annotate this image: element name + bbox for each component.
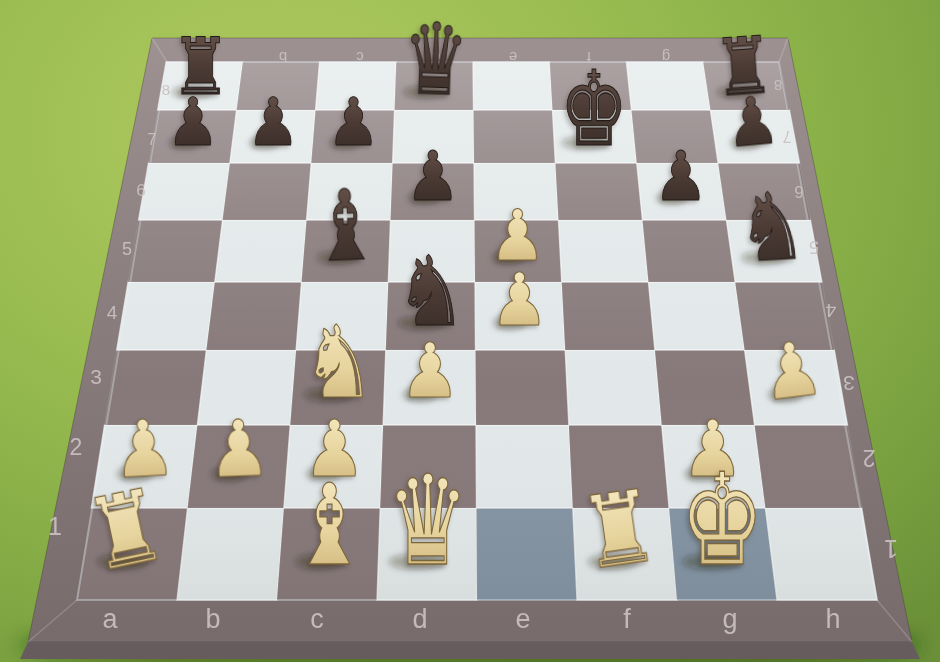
piece-white-pawn-b2[interactable]: ♟	[206, 402, 272, 496]
piece-black-queen-d8[interactable]: ♛	[401, 1, 470, 118]
square-f4[interactable]	[562, 282, 655, 350]
file-label-top-g: g	[662, 49, 670, 66]
square-g5[interactable]	[642, 220, 735, 282]
square-a4[interactable]	[117, 282, 215, 350]
square-f3[interactable]	[565, 350, 662, 425]
square-f6[interactable]	[555, 163, 642, 220]
piece-black-pawn-b7[interactable]: ♟	[247, 83, 300, 160]
file-label-top-c: c	[356, 49, 364, 66]
file-label-bottom-e: e	[515, 604, 530, 634]
rank-label-left-1: 1	[48, 512, 62, 540]
square-b6[interactable]	[223, 163, 312, 220]
rank-label-left-2: 2	[70, 434, 83, 460]
piece-white-pawn-e4[interactable]: ♟	[490, 257, 548, 341]
square-b5[interactable]	[215, 220, 307, 282]
file-label-bottom-d: d	[412, 604, 427, 634]
square-b4[interactable]	[206, 282, 301, 350]
square-e8[interactable]	[473, 62, 552, 110]
piece-black-pawn-c7[interactable]: ♟	[327, 83, 380, 160]
square-f5[interactable]	[558, 220, 648, 282]
piece-white-rook-f1[interactable]: ♜	[574, 467, 665, 593]
chess-scene: aabbccddeeffgghh1122334455667788♜♛♜♟♟♟♚♟…	[0, 0, 940, 662]
rank-label-right-7: 7	[782, 128, 791, 145]
square-g8[interactable]	[626, 62, 710, 110]
file-label-bottom-c: c	[310, 604, 324, 634]
file-label-bottom-h: h	[825, 604, 840, 634]
square-e7[interactable]	[474, 110, 556, 163]
rank-label-right-1: 1	[884, 535, 898, 563]
piece-white-bishop-c1[interactable]: ♝	[291, 460, 368, 591]
file-label-bottom-g: g	[722, 604, 737, 634]
square-a5[interactable]	[128, 220, 222, 282]
square-e2[interactable]	[476, 425, 573, 508]
rank-label-left-7: 7	[148, 131, 157, 148]
piece-black-king-f7[interactable]: ♚	[560, 48, 629, 170]
square-h2[interactable]	[755, 425, 862, 508]
piece-black-pawn-g6[interactable]: ♟	[654, 136, 709, 215]
piece-black-bishop-c5[interactable]: ♝	[310, 168, 381, 285]
square-a6[interactable]	[139, 163, 230, 220]
piece-white-pawn-d3[interactable]: ♟	[400, 326, 461, 415]
piece-white-king-g1[interactable]: ♚	[680, 446, 764, 594]
file-label-bottom-a: a	[102, 604, 118, 634]
board-front-edge	[20, 642, 920, 659]
piece-black-knight-h5[interactable]: ♞	[735, 171, 809, 283]
piece-black-pawn-a7[interactable]: ♟	[167, 83, 220, 160]
file-label-bottom-b: b	[205, 604, 220, 634]
square-e3[interactable]	[476, 350, 569, 425]
rank-label-right-3: 3	[843, 372, 855, 395]
file-label-top-e: e	[509, 49, 517, 66]
rank-label-left-4: 4	[107, 302, 118, 323]
chess-board-3d: aabbccddeeffgghh1122334455667788♜♛♜♟♟♟♚♟…	[0, 0, 940, 662]
rank-label-left-6: 6	[136, 181, 145, 200]
rank-label-right-5: 5	[809, 237, 819, 257]
rank-label-right-4: 4	[825, 300, 836, 321]
rank-label-right-2: 2	[863, 445, 876, 471]
piece-white-queen-d1[interactable]: ♛	[386, 448, 469, 593]
piece-black-pawn-d6[interactable]: ♟	[406, 136, 461, 215]
piece-white-pawn-h3[interactable]: ♟	[757, 323, 828, 418]
rank-label-left-5: 5	[122, 239, 132, 259]
file-label-top-b: b	[279, 49, 287, 66]
rank-label-left-3: 3	[90, 365, 102, 388]
square-b1[interactable]	[177, 508, 284, 600]
piece-black-pawn-h7[interactable]: ♟	[723, 81, 783, 162]
square-e1[interactable]	[477, 508, 578, 600]
square-h1[interactable]	[765, 508, 877, 600]
file-label-bottom-f: f	[623, 604, 631, 634]
square-g4[interactable]	[648, 282, 744, 350]
